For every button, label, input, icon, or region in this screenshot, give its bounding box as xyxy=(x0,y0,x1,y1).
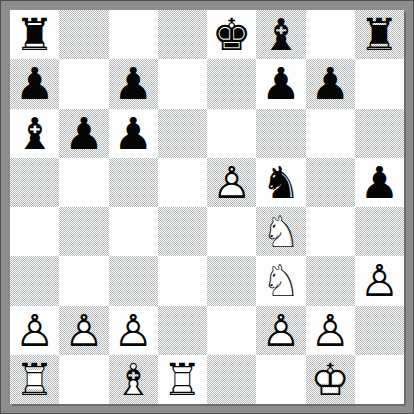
black-knight: ♞ xyxy=(261,158,300,207)
square-e2[interactable] xyxy=(207,306,256,355)
square-e7[interactable] xyxy=(207,59,256,108)
square-g8[interactable] xyxy=(306,10,355,59)
square-e1[interactable] xyxy=(207,355,256,404)
square-b7[interactable] xyxy=(59,59,108,108)
square-d3[interactable] xyxy=(158,256,207,305)
white-pawn: ♟♙ xyxy=(113,306,152,355)
black-pawn: ♟ xyxy=(64,109,103,158)
square-a5[interactable] xyxy=(10,158,59,207)
black-pawn: ♟ xyxy=(113,109,152,158)
square-c7[interactable]: ♟ xyxy=(109,59,158,108)
square-f8[interactable]: ♝ xyxy=(256,10,305,59)
square-a3[interactable] xyxy=(10,256,59,305)
black-pawn: ♟ xyxy=(15,59,54,108)
square-a1[interactable]: ♜♖ xyxy=(10,355,59,404)
square-e5[interactable]: ♟♙ xyxy=(207,158,256,207)
square-h1[interactable] xyxy=(355,355,404,404)
white-pawn: ♟♙ xyxy=(64,306,103,355)
black-rook: ♜ xyxy=(15,10,54,59)
square-a2[interactable]: ♟♙ xyxy=(10,306,59,355)
square-g6[interactable] xyxy=(306,109,355,158)
square-g3[interactable] xyxy=(306,256,355,305)
black-bishop: ♝ xyxy=(15,109,54,158)
white-pawn: ♟♙ xyxy=(15,306,54,355)
white-king: ♚♔ xyxy=(310,355,349,404)
square-f7[interactable]: ♟ xyxy=(256,59,305,108)
white-rook: ♜♖ xyxy=(163,355,202,404)
square-b5[interactable] xyxy=(59,158,108,207)
square-f5[interactable]: ♞ xyxy=(256,158,305,207)
square-f4[interactable]: ♞♘ xyxy=(256,207,305,256)
black-rook: ♜ xyxy=(360,10,399,59)
square-f3[interactable]: ♞♘ xyxy=(256,256,305,305)
black-pawn: ♟ xyxy=(360,158,399,207)
square-d7[interactable] xyxy=(158,59,207,108)
square-g1[interactable]: ♚♔ xyxy=(306,355,355,404)
square-a6[interactable]: ♝ xyxy=(10,109,59,158)
square-h3[interactable]: ♟♙ xyxy=(355,256,404,305)
white-pawn: ♟♙ xyxy=(212,158,251,207)
square-c8[interactable] xyxy=(109,10,158,59)
white-bishop: ♝♗ xyxy=(113,355,152,404)
square-h5[interactable]: ♟ xyxy=(355,158,404,207)
white-knight: ♞♘ xyxy=(261,207,300,256)
square-g7[interactable]: ♟ xyxy=(306,59,355,108)
square-c6[interactable]: ♟ xyxy=(109,109,158,158)
square-f1[interactable] xyxy=(256,355,305,404)
square-g4[interactable] xyxy=(306,207,355,256)
square-d2[interactable] xyxy=(158,306,207,355)
square-d4[interactable] xyxy=(158,207,207,256)
black-pawn: ♟ xyxy=(113,59,152,108)
square-d1[interactable]: ♜♖ xyxy=(158,355,207,404)
square-b8[interactable] xyxy=(59,10,108,59)
square-e4[interactable] xyxy=(207,207,256,256)
square-f2[interactable]: ♟♙ xyxy=(256,306,305,355)
square-h4[interactable] xyxy=(355,207,404,256)
white-rook: ♜♖ xyxy=(15,355,54,404)
square-h8[interactable]: ♜ xyxy=(355,10,404,59)
square-a7[interactable]: ♟ xyxy=(10,59,59,108)
white-pawn: ♟♙ xyxy=(261,306,300,355)
white-knight: ♞♘ xyxy=(261,256,300,305)
square-b4[interactable] xyxy=(59,207,108,256)
square-c4[interactable] xyxy=(109,207,158,256)
square-e6[interactable] xyxy=(207,109,256,158)
square-h7[interactable] xyxy=(355,59,404,108)
square-a8[interactable]: ♜ xyxy=(10,10,59,59)
square-f6[interactable] xyxy=(256,109,305,158)
square-c2[interactable]: ♟♙ xyxy=(109,306,158,355)
square-e8[interactable]: ♚ xyxy=(207,10,256,59)
square-c5[interactable] xyxy=(109,158,158,207)
square-c1[interactable]: ♝♗ xyxy=(109,355,158,404)
square-b6[interactable]: ♟ xyxy=(59,109,108,158)
square-b1[interactable] xyxy=(59,355,108,404)
chess-diagram: ♜♚♝♜♟♟♟♟♝♟♟♟♙♞♟♞♘♞♘♟♙♟♙♟♙♟♙♟♙♟♙♜♖♝♗♜♖♚♔ xyxy=(0,0,414,414)
square-a4[interactable] xyxy=(10,207,59,256)
square-b3[interactable] xyxy=(59,256,108,305)
white-pawn: ♟♙ xyxy=(360,256,399,305)
white-pawn: ♟♙ xyxy=(310,306,349,355)
square-d8[interactable] xyxy=(158,10,207,59)
square-h6[interactable] xyxy=(355,109,404,158)
chess-board: ♜♚♝♜♟♟♟♟♝♟♟♟♙♞♟♞♘♞♘♟♙♟♙♟♙♟♙♟♙♟♙♜♖♝♗♜♖♚♔ xyxy=(10,10,404,404)
square-e3[interactable] xyxy=(207,256,256,305)
black-pawn: ♟ xyxy=(310,59,349,108)
square-g5[interactable] xyxy=(306,158,355,207)
black-king: ♚ xyxy=(212,10,251,59)
square-g2[interactable]: ♟♙ xyxy=(306,306,355,355)
black-pawn: ♟ xyxy=(261,59,300,108)
black-bishop: ♝ xyxy=(261,10,300,59)
square-d5[interactable] xyxy=(158,158,207,207)
square-b2[interactable]: ♟♙ xyxy=(59,306,108,355)
square-h2[interactable] xyxy=(355,306,404,355)
square-d6[interactable] xyxy=(158,109,207,158)
square-c3[interactable] xyxy=(109,256,158,305)
